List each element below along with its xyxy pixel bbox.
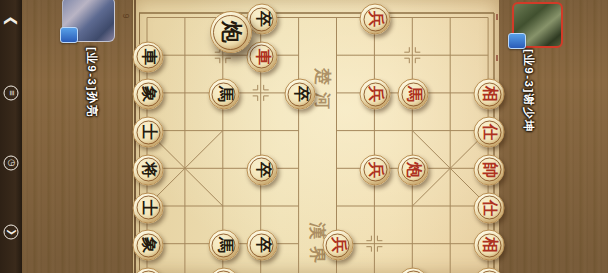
xiangqi-piece-black-partial[interactable]: 馬 bbox=[133, 267, 164, 273]
xiangqi-piece-red[interactable]: 炮 bbox=[398, 154, 429, 185]
piece-glyph: 兵 bbox=[361, 5, 390, 34]
piece-glyph: 仕 bbox=[475, 118, 504, 147]
piece-glyph: 炮 bbox=[211, 12, 251, 52]
xiangqi-piece-red[interactable]: 相 bbox=[474, 230, 505, 261]
piece-glyph: 車 bbox=[134, 42, 163, 71]
xiangqi-piece-red-partial[interactable]: 炮 bbox=[398, 267, 429, 273]
piece-glyph: 兵 bbox=[361, 80, 390, 109]
piece-glyph: 卒 bbox=[247, 231, 276, 260]
xiangqi-piece-black[interactable]: 炮 bbox=[210, 11, 252, 53]
piece-glyph: 炮 bbox=[399, 155, 428, 184]
xiangqi-piece-red[interactable]: 兵 bbox=[360, 154, 391, 185]
xiangqi-piece-black[interactable]: 車 bbox=[133, 41, 164, 72]
xiangqi-piece-red[interactable]: 相 bbox=[474, 79, 505, 110]
piece-glyph: 兵 bbox=[323, 231, 352, 260]
rank-badge-red bbox=[508, 33, 526, 49]
xiangqi-piece-black-partial[interactable]: 炮 bbox=[208, 267, 239, 273]
player-name-red: [业9-3]谢少坤 bbox=[521, 49, 536, 133]
xiangqi-piece-red[interactable]: 兵 bbox=[322, 230, 353, 261]
piece-glyph: 馬 bbox=[209, 231, 238, 260]
xiangqi-piece-red[interactable]: 仕 bbox=[474, 117, 505, 148]
xiangqi-piece-red[interactable]: 帥 bbox=[474, 154, 505, 185]
player-name-black: [业9-3]孙亮 bbox=[84, 47, 99, 118]
piece-glyph: 兵 bbox=[361, 155, 390, 184]
xiangqi-piece-red-partial[interactable]: 馬 bbox=[474, 267, 505, 273]
piece-glyph: 士 bbox=[134, 193, 163, 222]
piece-glyph: 馬 bbox=[134, 268, 163, 273]
clock-icon[interactable]: ◷ bbox=[4, 156, 19, 171]
piece-glyph: 卒 bbox=[285, 80, 314, 109]
piece-glyph: 馬 bbox=[399, 80, 428, 109]
piece-glyph: 馬 bbox=[475, 268, 504, 273]
piece-glyph: 馬 bbox=[209, 80, 238, 109]
piece-glyph: 仕 bbox=[475, 193, 504, 222]
menu-icon[interactable]: ≡ bbox=[4, 86, 19, 101]
xiangqi-piece-black[interactable]: 卒 bbox=[284, 79, 315, 110]
xiangqi-piece-black[interactable]: 馬 bbox=[208, 79, 239, 110]
xiangqi-piece-black[interactable]: 象 bbox=[133, 230, 164, 261]
xiangqi-piece-black[interactable]: 象 bbox=[133, 79, 164, 110]
xiangqi-piece-black[interactable]: 馬 bbox=[208, 230, 239, 261]
xiangqi-piece-red[interactable]: 兵 bbox=[360, 4, 391, 35]
xiangqi-piece-red[interactable]: 馬 bbox=[398, 79, 429, 110]
piece-glyph: 将 bbox=[134, 155, 163, 184]
xiangqi-piece-black[interactable]: 卒 bbox=[246, 230, 277, 261]
xiangqi-piece-black[interactable]: 将 bbox=[133, 154, 164, 185]
file-coordinate-label: 9 bbox=[121, 13, 131, 18]
piece-glyph: 相 bbox=[475, 80, 504, 109]
xiangqi-piece-red[interactable]: 仕 bbox=[474, 192, 505, 223]
side-toolbar: ❮ ≡ ◷ ❯ bbox=[0, 0, 22, 273]
piece-glyph: 炮 bbox=[209, 268, 238, 273]
piece-glyph: 帥 bbox=[475, 155, 504, 184]
piece-glyph: 相 bbox=[475, 231, 504, 260]
chevron-down-icon[interactable]: ❯ bbox=[4, 225, 19, 240]
game-screen: 楚河 漢界 9 車象士将士象馬炮馬馬炮卒卒卒卒車兵兵兵兵馬炮炮相仕帥仕相馬 ❮ … bbox=[0, 0, 608, 273]
piece-glyph: 炮 bbox=[399, 268, 428, 273]
xiangqi-piece-black[interactable]: 士 bbox=[133, 192, 164, 223]
xiangqi-piece-black[interactable]: 士 bbox=[133, 117, 164, 148]
piece-glyph: 車 bbox=[247, 42, 276, 71]
piece-glyph: 象 bbox=[134, 80, 163, 109]
rank-badge-black bbox=[60, 27, 78, 43]
piece-glyph: 卒 bbox=[247, 155, 276, 184]
xiangqi-piece-red[interactable]: 兵 bbox=[360, 79, 391, 110]
piece-glyph: 象 bbox=[134, 231, 163, 260]
xiangqi-piece-black[interactable]: 卒 bbox=[246, 154, 277, 185]
piece-glyph: 士 bbox=[134, 118, 163, 147]
back-arrow-icon[interactable]: ❮ bbox=[4, 16, 19, 27]
